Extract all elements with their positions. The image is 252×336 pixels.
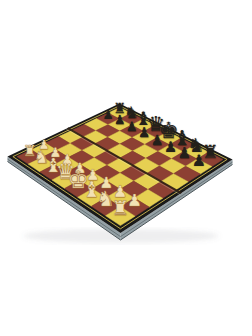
piece-white-pawn-h2[interactable]: ♟ [127,193,142,210]
chess-set-photo: ♜♞♝♛♚♝♞♜♟♟♟♟♟♟♟♟♟♟♟♟♟♟♟♟♜♞♝♛♚♝♞♜ [0,0,252,336]
piece-black-pawn-a7[interactable]: ♟ [102,108,113,120]
piece-white-rook-h1[interactable]: ♜ [112,199,130,219]
piece-black-pawn-e7[interactable]: ♟ [151,133,164,147]
piece-black-pawn-d7[interactable]: ♟ [138,126,150,140]
piece-black-pawn-f7[interactable]: ♟ [164,139,177,154]
piece-black-pawn-g7[interactable]: ♟ [178,146,192,161]
piece-black-pawn-c7[interactable]: ♟ [126,120,138,133]
piece-black-pawn-b7[interactable]: ♟ [114,114,125,127]
pieces-layer: ♜♞♝♛♚♝♞♜♟♟♟♟♟♟♟♟♟♟♟♟♟♟♟♟♜♞♝♛♚♝♞♜ [0,0,252,336]
piece-black-pawn-h7[interactable]: ♟ [192,153,206,169]
